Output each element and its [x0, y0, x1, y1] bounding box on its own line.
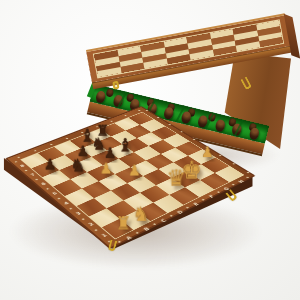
- piece-light-rook: ♜: [115, 215, 130, 233]
- piece-light-pawn: ♟: [128, 164, 141, 179]
- chessboard: ABCDEFGH 12345678 ♝♜♟♟♞♞♟♝♟♟♟♛♚♜♞: [5, 106, 256, 249]
- piece-light-pawn: ♟: [99, 162, 112, 177]
- frame-dot: [138, 110, 140, 111]
- piece-dark-bishop: ♝: [117, 136, 133, 154]
- open-board-scene: ABCDEFGH 12345678 ♝♜♟♟♞♞♟♝♟♟♟♛♚♜♞: [33, 72, 223, 262]
- piece-light-knight: ♞: [132, 205, 149, 225]
- frame-dot: [81, 132, 83, 133]
- frame-dot: [66, 138, 68, 139]
- piece-cell-a7: ♟: [32, 162, 60, 178]
- piece-dark-pawn: ♟: [43, 158, 56, 173]
- piece-cell-e2: ♛: [156, 178, 185, 195]
- frame-dot: [111, 121, 113, 122]
- frame-dot: [96, 126, 98, 127]
- piece-dark-knight: ♞: [70, 157, 85, 175]
- piece-cell-c5: ♟: [87, 165, 115, 181]
- piece-light-queen: ♛: [166, 167, 186, 190]
- frame-dot: [50, 144, 52, 145]
- pieces-layer: ♝♜♟♟♞♞♟♝♟♟♟♛♚♜♞: [7, 106, 258, 249]
- piece-cell-a1: ♜: [102, 219, 133, 239]
- product-photo-stage: ABCDEFGH 12345678 ♝♜♟♟♞♞♟♝♟♟♟♛♚♜♞: [0, 0, 300, 300]
- piece-cell-d4: ♟: [115, 167, 143, 183]
- frame-dot: [125, 115, 127, 116]
